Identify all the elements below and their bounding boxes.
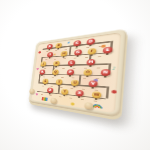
peg-A[interactable]: A (46, 43, 53, 51)
label-mark (73, 68, 76, 69)
ladybug-decoration: ● (111, 89, 117, 94)
label-mark (43, 77, 45, 78)
peg-ball: E (103, 46, 113, 53)
label-mark (61, 77, 64, 78)
peg-Y[interactable]: Y (61, 89, 69, 98)
label-mark (82, 88, 85, 89)
label-mark (98, 56, 101, 57)
label-mark (84, 67, 87, 68)
peg-ball: Q (52, 69, 59, 74)
label-mark (51, 86, 53, 87)
maze-groove (69, 45, 71, 55)
peg-ball: V (88, 80, 97, 87)
teal-note-decoration: ♪ (112, 67, 116, 71)
peg-ball: I (47, 52, 53, 58)
peg-M[interactable]: M (86, 59, 95, 68)
peg-ball: W (92, 91, 102, 99)
peg-X[interactable]: X (75, 90, 84, 99)
peg-Z[interactable]: Z (47, 87, 54, 95)
peg-W[interactable]: W (91, 91, 101, 101)
peg-ball: P (67, 69, 75, 75)
peg-H[interactable]: H (60, 51, 67, 59)
maze-groove (106, 86, 109, 98)
label-mark (41, 94, 43, 95)
peg-G[interactable]: G (74, 49, 82, 58)
label-mark (62, 68, 65, 69)
label-mark (52, 77, 54, 78)
duck-decoration: ● (70, 102, 75, 106)
peg-ball: O (83, 69, 92, 75)
peg-D[interactable]: D (86, 38, 95, 47)
label-mark (97, 67, 100, 68)
peg-C[interactable]: C (73, 40, 81, 49)
peg-ball: A (47, 43, 53, 49)
label-mark (72, 77, 75, 78)
peg-ball: S (42, 78, 48, 84)
peg-ball: Y (61, 89, 69, 96)
peg-ball: T (56, 79, 63, 85)
peg-ball: U (71, 79, 79, 85)
peg-ball: C (73, 40, 81, 47)
peg-ball: B (55, 42, 62, 48)
peg-N[interactable]: N (100, 69, 110, 78)
xylophone-decoration (42, 97, 48, 101)
peg-B[interactable]: B (55, 42, 62, 50)
pink-flower-decoration: ♥ (36, 68, 39, 71)
peg-T[interactable]: T (55, 79, 62, 87)
peg-E[interactable]: E (102, 46, 112, 56)
sun-decoration: ☀ (53, 53, 57, 57)
peg-L[interactable]: L (67, 60, 75, 68)
label-mark (69, 98, 72, 99)
wooden-knob-3[interactable] (84, 102, 94, 112)
peg-V[interactable]: V (88, 80, 98, 89)
maze-surface: ●★●♥♪●●♥●☀ABCDEFGHIJKLMNOPQRSTUVWXYZ (31, 32, 122, 113)
peg-ball: X (75, 90, 84, 97)
peg-ball: Z (47, 87, 54, 93)
peg-ball: J (40, 61, 46, 66)
peg-ball: D (86, 38, 95, 45)
peg-ball: H (60, 51, 67, 57)
peg-ball: N (101, 69, 111, 76)
peg-K[interactable]: K (53, 60, 60, 68)
peg-ball: M (86, 59, 95, 66)
peg-ball: K (53, 60, 60, 66)
wooden-knob-2[interactable] (50, 97, 57, 106)
wooden-knob-1[interactable] (29, 88, 35, 95)
peg-ball: F (87, 48, 96, 55)
peg-ball: R (39, 70, 45, 75)
strawberry-decoration: ● (38, 51, 41, 54)
blue-star-decoration: ★ (67, 41, 71, 45)
label-mark (83, 78, 86, 79)
knob-ball (29, 88, 35, 94)
photo-background: ●★●♥♪●●♥●☀ABCDEFGHIJKLMNOPQRSTUVWXYZ (0, 0, 150, 150)
peg-I[interactable]: I (47, 52, 54, 59)
maze-board: ●★●♥♪●●♥●☀ABCDEFGHIJKLMNOPQRSTUVWXYZ (28, 28, 127, 118)
pony-decoration: ♥ (35, 93, 38, 97)
peg-S[interactable]: S (42, 78, 49, 86)
knob-ball (50, 97, 57, 104)
peg-F[interactable]: F (87, 48, 96, 57)
peg-U[interactable]: U (71, 79, 79, 88)
peg-O[interactable]: O (83, 69, 92, 78)
peg-R[interactable]: R (39, 70, 45, 77)
peg-J[interactable]: J (40, 61, 46, 68)
peg-P[interactable]: P (66, 69, 74, 77)
label-mark (44, 68, 46, 69)
knob-ball (84, 102, 93, 110)
peg-ball: L (68, 60, 76, 66)
peg-Q[interactable]: Q (52, 69, 59, 77)
label-mark (85, 57, 88, 58)
rainbow-decoration (92, 103, 103, 108)
peg-ball: G (74, 49, 82, 55)
